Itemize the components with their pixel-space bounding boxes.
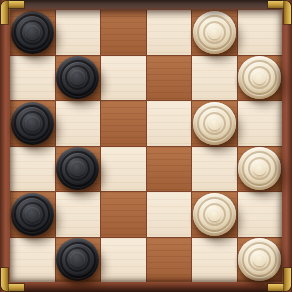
square-r5c2[interactable]: [56, 192, 101, 237]
board-frame-bottom: [0, 282, 292, 292]
square-r2c1[interactable]: [10, 56, 55, 101]
square-r6c3[interactable]: [101, 238, 146, 283]
square-r5c1[interactable]: [10, 192, 55, 237]
square-r1c4[interactable]: [147, 10, 192, 55]
bracket-arm: [1, 1, 8, 24]
square-r3c6[interactable]: [238, 101, 283, 146]
board-grid: [10, 10, 282, 282]
dark-checker-piece[interactable]: [11, 102, 54, 145]
square-r6c5[interactable]: [192, 238, 237, 283]
square-r6c4[interactable]: [147, 238, 192, 283]
dark-checker-piece[interactable]: [56, 238, 99, 281]
square-r3c5[interactable]: [192, 101, 237, 146]
square-r4c2[interactable]: [56, 147, 101, 192]
square-r2c3[interactable]: [101, 56, 146, 101]
corner-bracket-top-left: [1, 1, 25, 25]
piece-center-disc: [70, 70, 85, 85]
piece-center-disc: [25, 116, 40, 131]
piece-center-disc: [208, 208, 221, 221]
piece-center-disc: [25, 25, 40, 40]
piece-center-disc: [253, 162, 266, 175]
square-r4c6[interactable]: [238, 147, 283, 192]
square-r5c4[interactable]: [147, 192, 192, 237]
light-checker-piece[interactable]: [238, 56, 281, 99]
square-r3c1[interactable]: [10, 101, 55, 146]
square-r4c1[interactable]: [10, 147, 55, 192]
piece-center-disc: [253, 253, 266, 266]
square-r3c2[interactable]: [56, 101, 101, 146]
bracket-arm: [284, 268, 291, 291]
square-r1c5[interactable]: [192, 10, 237, 55]
piece-center-disc: [25, 207, 40, 222]
piece-center-disc: [208, 26, 221, 39]
square-r2c4[interactable]: [147, 56, 192, 101]
piece-center-disc: [208, 117, 221, 130]
piece-center-disc: [70, 252, 85, 267]
square-r5c3[interactable]: [101, 192, 146, 237]
piece-center-disc: [253, 71, 266, 84]
light-checker-piece[interactable]: [193, 193, 236, 236]
square-r1c2[interactable]: [56, 10, 101, 55]
bracket-arm: [284, 1, 291, 24]
light-checker-piece[interactable]: [238, 147, 281, 190]
board-frame-top: [0, 0, 292, 10]
light-checker-piece[interactable]: [193, 11, 236, 54]
square-r6c2[interactable]: [56, 238, 101, 283]
corner-bracket-top-right: [267, 1, 291, 25]
square-r4c3[interactable]: [101, 147, 146, 192]
board-frame-right: [282, 0, 292, 292]
square-r2c5[interactable]: [192, 56, 237, 101]
piece-center-disc: [70, 161, 85, 176]
square-r5c6[interactable]: [238, 192, 283, 237]
square-r4c4[interactable]: [147, 147, 192, 192]
dark-checker-piece[interactable]: [11, 193, 54, 236]
dark-checker-piece[interactable]: [56, 147, 99, 190]
corner-bracket-bottom-right: [267, 267, 291, 291]
square-r2c6[interactable]: [238, 56, 283, 101]
square-r3c3[interactable]: [101, 101, 146, 146]
checkers-game-screen: [0, 0, 292, 292]
square-r2c2[interactable]: [56, 56, 101, 101]
dark-checker-piece[interactable]: [56, 56, 99, 99]
square-r3c4[interactable]: [147, 101, 192, 146]
corner-bracket-bottom-left: [1, 267, 25, 291]
square-r5c5[interactable]: [192, 192, 237, 237]
board-frame-left: [0, 0, 10, 292]
light-checker-piece[interactable]: [193, 102, 236, 145]
square-r1c3[interactable]: [101, 10, 146, 55]
square-r4c5[interactable]: [192, 147, 237, 192]
bracket-arm: [1, 268, 8, 291]
